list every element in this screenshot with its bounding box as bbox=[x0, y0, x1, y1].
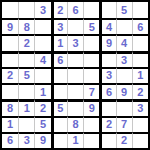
sudoku-cell: 3 bbox=[18, 132, 34, 148]
sudoku-cell: 5 bbox=[18, 67, 34, 83]
sudoku-cell: 5 bbox=[83, 18, 99, 34]
sudoku-cell[interactable] bbox=[83, 51, 99, 67]
sudoku-cell: 9 bbox=[116, 83, 132, 99]
sudoku-cell[interactable] bbox=[132, 34, 148, 50]
sudoku-cell: 3 bbox=[67, 34, 83, 50]
sudoku-cell[interactable] bbox=[34, 34, 50, 50]
sudoku-cell: 8 bbox=[67, 116, 83, 132]
sudoku-cell: 8 bbox=[18, 18, 34, 34]
sudoku-cell: 6 bbox=[132, 18, 148, 34]
sudoku-cell[interactable] bbox=[51, 116, 67, 132]
sudoku-cell[interactable] bbox=[2, 34, 18, 50]
sudoku-cell: 3 bbox=[51, 18, 67, 34]
sudoku-cell: 4 bbox=[116, 34, 132, 50]
sudoku-cell: 2 bbox=[34, 99, 50, 115]
sudoku-cell: 1 bbox=[67, 132, 83, 148]
sudoku-cell: 1 bbox=[51, 34, 67, 50]
sudoku-cell: 2 bbox=[116, 132, 132, 148]
sudoku-cell[interactable] bbox=[99, 132, 115, 148]
sudoku-cell: 1 bbox=[18, 99, 34, 115]
sudoku-cell[interactable] bbox=[34, 67, 50, 83]
sudoku-cell[interactable] bbox=[132, 51, 148, 67]
sudoku-cell: 6 bbox=[51, 51, 67, 67]
sudoku-cell: 2 bbox=[18, 34, 34, 50]
sudoku-cell[interactable] bbox=[67, 83, 83, 99]
sudoku-cell[interactable] bbox=[18, 51, 34, 67]
sudoku-cell: 5 bbox=[116, 2, 132, 18]
sudoku-cell[interactable] bbox=[132, 2, 148, 18]
sudoku-cell: 5 bbox=[34, 116, 50, 132]
sudoku-cell: 9 bbox=[99, 34, 115, 50]
sudoku-cell[interactable] bbox=[116, 67, 132, 83]
sudoku-cell[interactable] bbox=[51, 67, 67, 83]
sudoku-cell: 1 bbox=[34, 83, 50, 99]
sudoku-cell[interactable] bbox=[132, 116, 148, 132]
sudoku-cell: 4 bbox=[99, 18, 115, 34]
sudoku-board: 3265983546213944632531176928125931582763… bbox=[0, 0, 150, 150]
sudoku-cell[interactable] bbox=[116, 99, 132, 115]
sudoku-cell: 9 bbox=[83, 99, 99, 115]
sudoku-cell[interactable] bbox=[132, 132, 148, 148]
sudoku-cell: 6 bbox=[2, 132, 18, 148]
sudoku-cell: 3 bbox=[99, 67, 115, 83]
sudoku-cell: 6 bbox=[99, 83, 115, 99]
sudoku-cell[interactable] bbox=[67, 51, 83, 67]
sudoku-cell: 2 bbox=[132, 83, 148, 99]
sudoku-cell[interactable] bbox=[51, 83, 67, 99]
sudoku-cell[interactable] bbox=[67, 99, 83, 115]
sudoku-cell[interactable] bbox=[34, 18, 50, 34]
sudoku-cell[interactable] bbox=[2, 2, 18, 18]
sudoku-cell: 3 bbox=[116, 51, 132, 67]
sudoku-cell[interactable] bbox=[51, 132, 67, 148]
sudoku-cell[interactable] bbox=[83, 132, 99, 148]
sudoku-cell[interactable] bbox=[83, 67, 99, 83]
sudoku-cell[interactable] bbox=[18, 116, 34, 132]
sudoku-cell: 2 bbox=[99, 116, 115, 132]
sudoku-cell[interactable] bbox=[2, 83, 18, 99]
sudoku-cell[interactable] bbox=[83, 2, 99, 18]
sudoku-cell[interactable] bbox=[99, 2, 115, 18]
sudoku-cell[interactable] bbox=[18, 2, 34, 18]
sudoku-cell: 2 bbox=[51, 2, 67, 18]
sudoku-cell: 7 bbox=[83, 83, 99, 99]
sudoku-cell: 2 bbox=[2, 67, 18, 83]
sudoku-cell[interactable] bbox=[99, 99, 115, 115]
sudoku-cell: 8 bbox=[2, 99, 18, 115]
sudoku-cell[interactable] bbox=[83, 116, 99, 132]
sudoku-cell: 7 bbox=[116, 116, 132, 132]
sudoku-cell[interactable] bbox=[2, 51, 18, 67]
sudoku-cell: 3 bbox=[132, 99, 148, 115]
sudoku-cell[interactable] bbox=[18, 83, 34, 99]
sudoku-cell: 6 bbox=[67, 2, 83, 18]
sudoku-cell[interactable] bbox=[116, 18, 132, 34]
sudoku-cell: 1 bbox=[2, 116, 18, 132]
sudoku-cell: 9 bbox=[34, 132, 50, 148]
sudoku-cell: 3 bbox=[34, 2, 50, 18]
sudoku-cell: 1 bbox=[132, 67, 148, 83]
sudoku-cell[interactable] bbox=[67, 67, 83, 83]
sudoku-cell: 5 bbox=[51, 99, 67, 115]
sudoku-cell: 9 bbox=[2, 18, 18, 34]
sudoku-cell[interactable] bbox=[83, 34, 99, 50]
sudoku-cell[interactable] bbox=[67, 18, 83, 34]
sudoku-cell[interactable] bbox=[99, 51, 115, 67]
sudoku-cell: 4 bbox=[34, 51, 50, 67]
